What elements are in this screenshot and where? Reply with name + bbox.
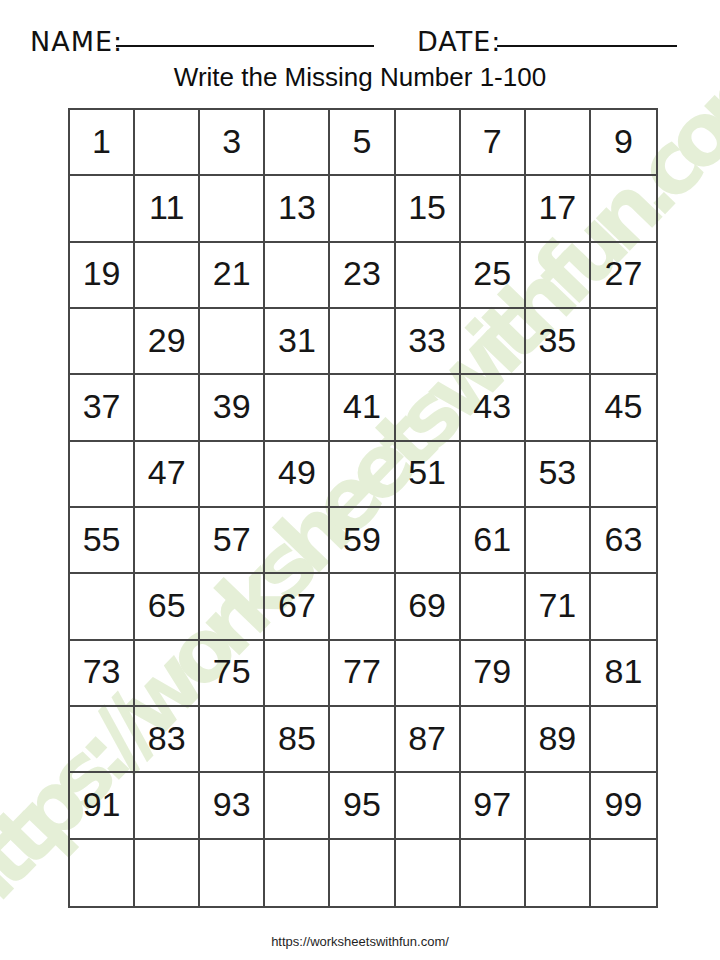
grid-cell-blank[interactable] [265, 773, 330, 839]
grid-cell-number: 15 [396, 176, 461, 242]
grid-cell-blank[interactable] [591, 309, 656, 375]
grid-cell-blank[interactable] [265, 375, 330, 441]
grid-cell-blank[interactable] [526, 773, 591, 839]
date-write-line[interactable] [497, 45, 677, 47]
grid-cell-blank[interactable] [591, 707, 656, 773]
grid-cell-blank[interactable] [591, 840, 656, 906]
grid-cell-number: 85 [265, 707, 330, 773]
grid-cell-blank[interactable] [200, 707, 265, 773]
name-write-line[interactable] [116, 45, 374, 47]
grid-cell-blank[interactable] [135, 110, 200, 176]
grid-cell-number: 33 [396, 309, 461, 375]
grid-cell-number: 95 [330, 773, 395, 839]
grid-cell-blank[interactable] [70, 309, 135, 375]
grid-cell-number: 87 [396, 707, 461, 773]
grid-cell-number: 51 [396, 442, 461, 508]
grid-cell-number: 27 [591, 243, 656, 309]
grid-cell-number: 17 [526, 176, 591, 242]
grid-cell-blank[interactable] [396, 840, 461, 906]
grid-cell-number: 39 [200, 375, 265, 441]
grid-cell-blank[interactable] [265, 508, 330, 574]
grid-cell-number: 57 [200, 508, 265, 574]
grid-cell-number: 19 [70, 243, 135, 309]
grid-cell-number: 45 [591, 375, 656, 441]
grid-cell-blank[interactable] [526, 508, 591, 574]
grid-cell-blank[interactable] [70, 707, 135, 773]
grid-cell-number: 37 [70, 375, 135, 441]
grid-cell-blank[interactable] [70, 840, 135, 906]
grid-cell-number: 25 [461, 243, 526, 309]
grid-cell-blank[interactable] [70, 176, 135, 242]
grid-cell-number: 77 [330, 641, 395, 707]
grid-cell-number: 7 [461, 110, 526, 176]
grid-cell-number: 41 [330, 375, 395, 441]
grid-cell-blank[interactable] [330, 176, 395, 242]
footer-url: https://worksheetswithfun.com/ [0, 934, 720, 949]
grid-cell-number: 35 [526, 309, 591, 375]
grid-cell-blank[interactable] [70, 442, 135, 508]
grid-cell-blank[interactable] [396, 773, 461, 839]
grid-cell-number: 93 [200, 773, 265, 839]
grid-cell-number: 29 [135, 309, 200, 375]
grid-cell-number: 43 [461, 375, 526, 441]
grid-cell-blank[interactable] [526, 375, 591, 441]
grid-cell-blank[interactable] [526, 243, 591, 309]
grid-cell-blank[interactable] [461, 176, 526, 242]
grid-cell-blank[interactable] [200, 442, 265, 508]
grid-cell-blank[interactable] [396, 243, 461, 309]
grid-cell-number: 83 [135, 707, 200, 773]
date-label: DATE: [417, 26, 501, 57]
grid-cell-blank[interactable] [461, 840, 526, 906]
grid-cell-blank[interactable] [135, 508, 200, 574]
grid-cell-blank[interactable] [135, 243, 200, 309]
grid-cell-blank[interactable] [526, 641, 591, 707]
grid-cell-number: 89 [526, 707, 591, 773]
grid-cell-number: 9 [591, 110, 656, 176]
grid-cell-blank[interactable] [265, 110, 330, 176]
grid-cell-blank[interactable] [330, 707, 395, 773]
grid-cell-blank[interactable] [135, 641, 200, 707]
grid-cell-number: 69 [396, 574, 461, 640]
grid-cell-blank[interactable] [526, 110, 591, 176]
grid-cell-blank[interactable] [265, 840, 330, 906]
grid-cell-number: 75 [200, 641, 265, 707]
grid-cell-blank[interactable] [265, 243, 330, 309]
grid-cell-blank[interactable] [265, 641, 330, 707]
grid-cell-blank[interactable] [461, 442, 526, 508]
grid-cell-blank[interactable] [135, 375, 200, 441]
grid-cell-number: 99 [591, 773, 656, 839]
number-grid: 1357911131517192123252729313335373941434… [68, 108, 658, 908]
grid-cell-number: 13 [265, 176, 330, 242]
grid-cell-blank[interactable] [591, 176, 656, 242]
grid-cell-blank[interactable] [396, 110, 461, 176]
grid-cell-blank[interactable] [330, 574, 395, 640]
grid-cell-blank[interactable] [591, 442, 656, 508]
grid-cell-blank[interactable] [330, 442, 395, 508]
grid-cell-number: 79 [461, 641, 526, 707]
grid-cell-number: 11 [135, 176, 200, 242]
grid-cell-blank[interactable] [396, 375, 461, 441]
grid-cell-number: 31 [265, 309, 330, 375]
grid-cell-blank[interactable] [135, 840, 200, 906]
grid-cell-number: 61 [461, 508, 526, 574]
grid-cell-number: 81 [591, 641, 656, 707]
grid-cell-blank[interactable] [461, 707, 526, 773]
grid-cell-blank[interactable] [396, 508, 461, 574]
grid-cell-number: 53 [526, 442, 591, 508]
grid-cell-blank[interactable] [70, 574, 135, 640]
grid-cell-number: 91 [70, 773, 135, 839]
grid-cell-blank[interactable] [461, 309, 526, 375]
grid-cell-number: 3 [200, 110, 265, 176]
grid-cell-blank[interactable] [200, 840, 265, 906]
grid-cell-number: 5 [330, 110, 395, 176]
grid-cell-blank[interactable] [330, 309, 395, 375]
grid-cell-number: 23 [330, 243, 395, 309]
grid-cell-number: 63 [591, 508, 656, 574]
grid-cell-number: 67 [265, 574, 330, 640]
name-label: NAME: [30, 26, 123, 57]
grid-cell-blank[interactable] [396, 641, 461, 707]
grid-cell-blank[interactable] [135, 773, 200, 839]
grid-cell-blank[interactable] [461, 574, 526, 640]
grid-cell-blank[interactable] [330, 840, 395, 906]
grid-cell-number: 65 [135, 574, 200, 640]
grid-cell-blank[interactable] [526, 840, 591, 906]
grid-cell-number: 73 [70, 641, 135, 707]
grid-cell-number: 49 [265, 442, 330, 508]
grid-cell-blank[interactable] [591, 574, 656, 640]
grid-cell-number: 59 [330, 508, 395, 574]
grid-cell-blank[interactable] [200, 574, 265, 640]
grid-cell-blank[interactable] [200, 309, 265, 375]
grid-cell-number: 21 [200, 243, 265, 309]
grid-cell-number: 1 [70, 110, 135, 176]
grid-cell-number: 55 [70, 508, 135, 574]
grid-cell-number: 97 [461, 773, 526, 839]
grid-cell-number: 71 [526, 574, 591, 640]
grid-cell-blank[interactable] [200, 176, 265, 242]
worksheet-title: Write the Missing Number 1-100 [0, 62, 720, 93]
grid-cell-number: 47 [135, 442, 200, 508]
